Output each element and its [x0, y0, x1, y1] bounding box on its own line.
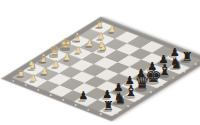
white-pawn-glyph: ♟	[41, 67, 49, 76]
white-rook-glyph: ♜	[95, 19, 103, 28]
black-rook-glyph: ♜	[103, 99, 114, 112]
black-rook-glyph: ♜	[181, 50, 192, 63]
white-rook-glyph: ♜	[17, 68, 25, 77]
white-queen-glyph: ♛	[49, 45, 60, 57]
white-pawn-glyph: ♟	[52, 60, 60, 69]
white-pawn-glyph: ♟	[108, 25, 116, 34]
white-king-glyph: ♚	[60, 37, 72, 51]
white-knight-glyph: ♞	[27, 60, 37, 71]
black-knight-glyph: ♞	[169, 56, 182, 70]
white-bishop-glyph: ♝	[38, 53, 48, 64]
white-pawn-glyph: ♟	[29, 74, 37, 83]
white-bishop-glyph: ♝	[72, 32, 82, 43]
white-pawn-glyph: ♟	[86, 39, 94, 48]
black-bishop-glyph: ♝	[124, 83, 137, 98]
black-pawn-glyph: ♟	[79, 91, 89, 102]
photo-scene: ♜♞♝♛♚♝♞♜♟♟♟♟♟♟♟♟♞♟♟♟♟♟♟♟♟♜♞♝♛♚♝♜12345678…	[0, 0, 200, 125]
white-knight-glyph: ♞	[97, 41, 107, 53]
white-pawn-glyph: ♟	[63, 53, 71, 62]
white-pawn-glyph: ♟	[74, 46, 82, 55]
black-knight-glyph: ♞	[113, 91, 126, 105]
